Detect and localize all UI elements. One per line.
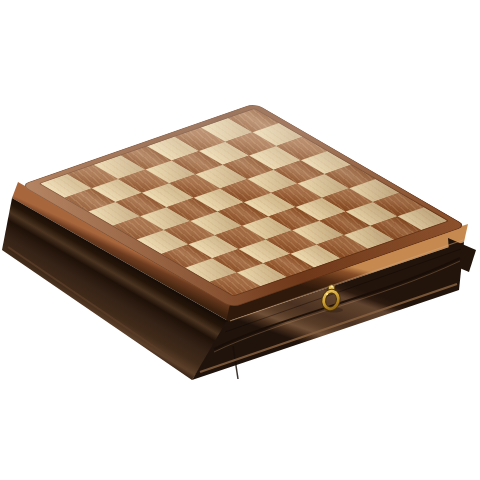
knob-specular [331,286,333,288]
chess-box-product-photo [0,0,480,480]
ring-specular [326,293,328,295]
